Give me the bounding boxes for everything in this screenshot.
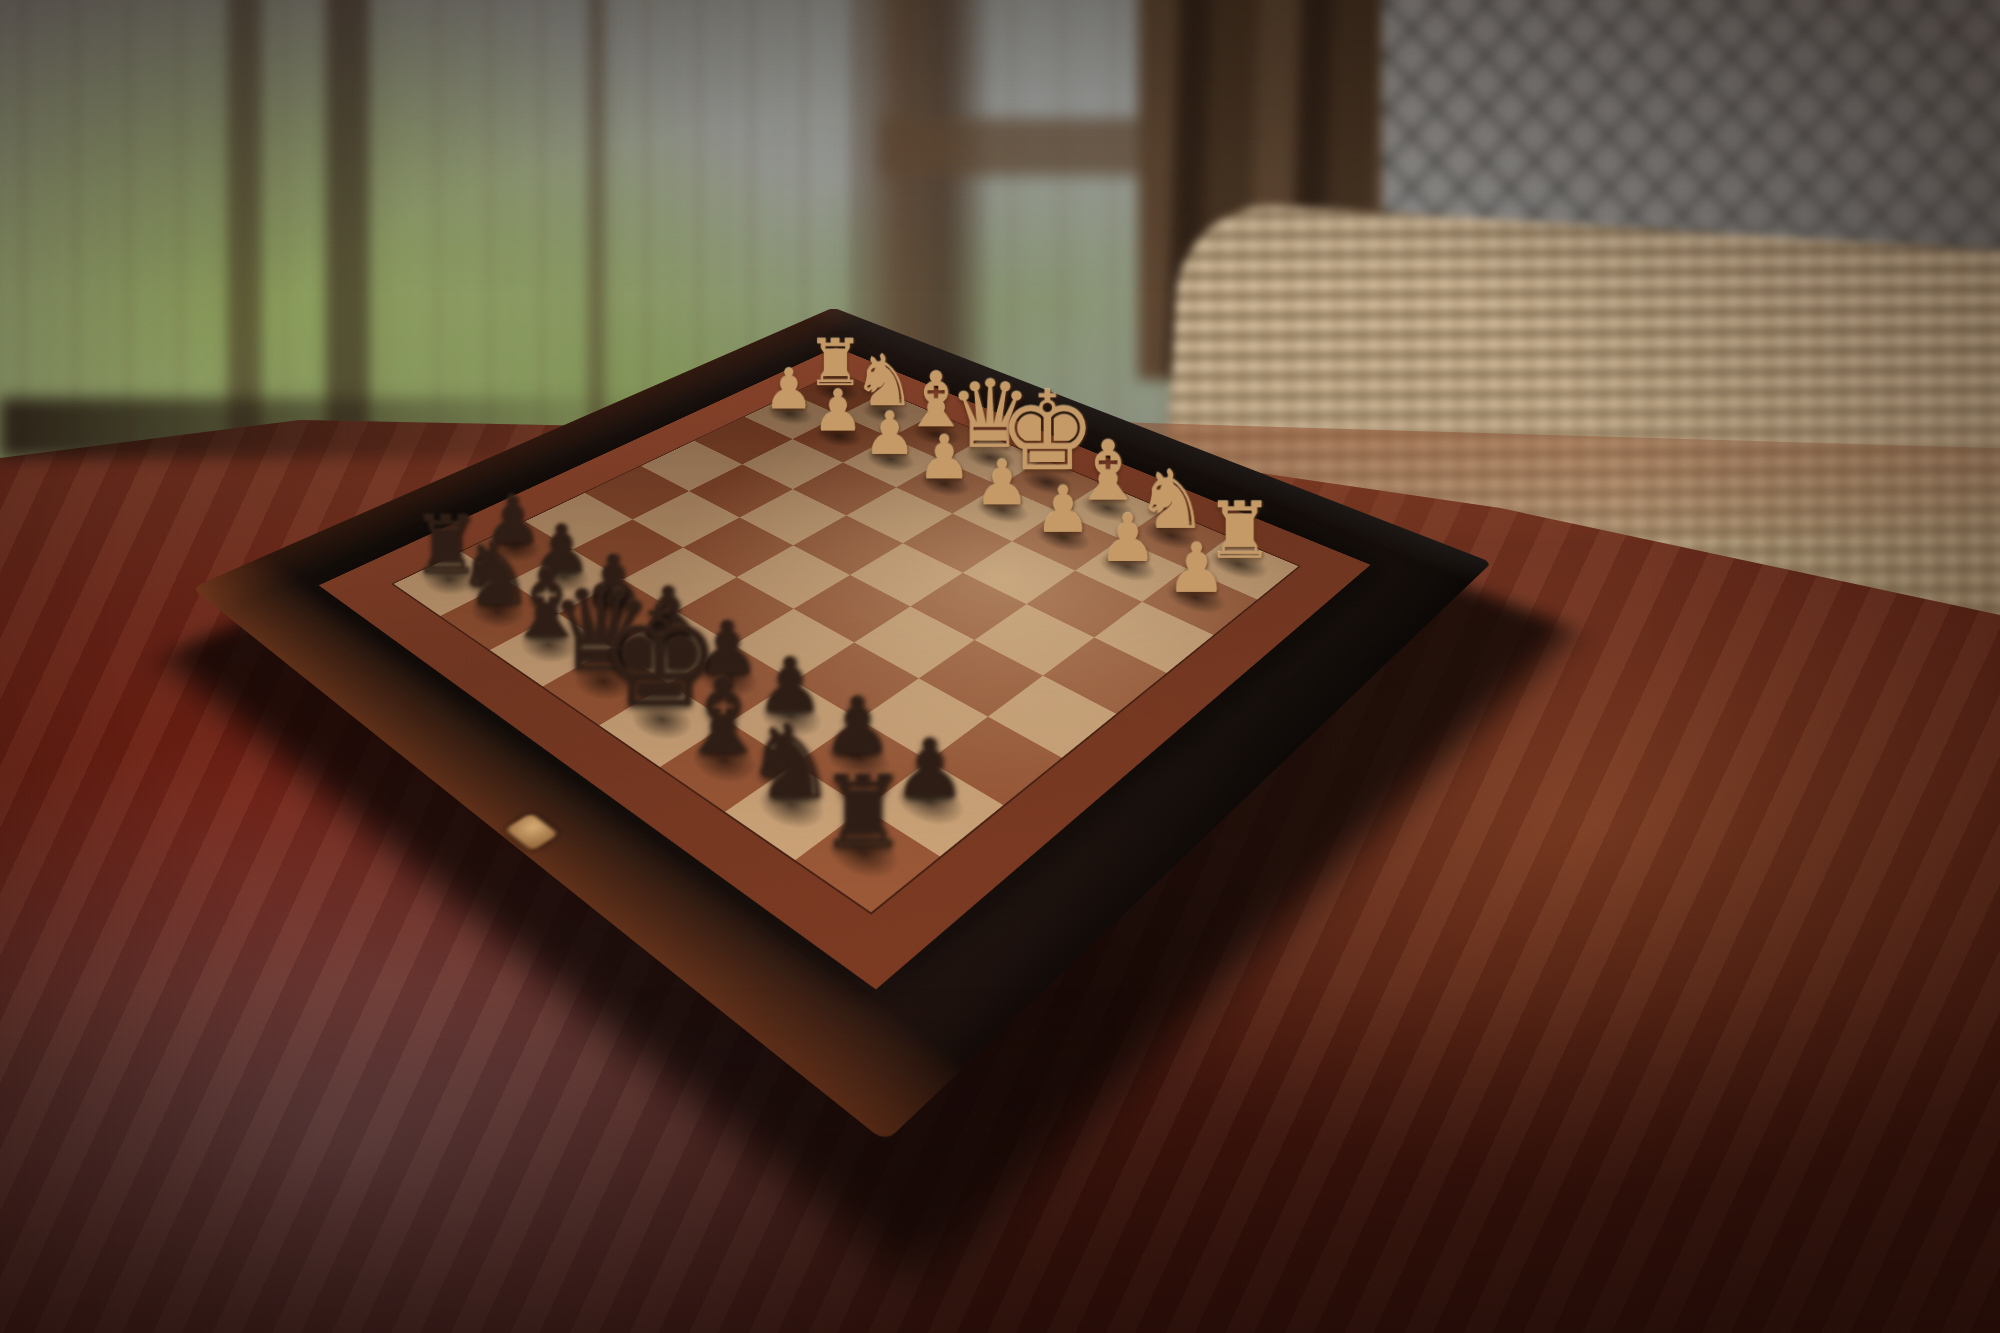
- black-rook-glyph: ♜: [818, 762, 908, 862]
- photo-scene: ♜♞♝♛♚♝♞♜♟♟♟♟♟♟♟♟♟♟♟♟♟♟♟♟♜♞♝♛♚♝♞♜: [0, 0, 2000, 1333]
- white-pawn-glyph: ♟: [1166, 535, 1227, 603]
